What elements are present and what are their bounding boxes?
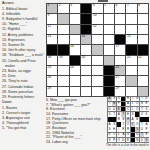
cell-r6c1[interactable]: 18 [47,56,57,65]
cell-r9c9[interactable] [138,87,148,96]
cell-r1c1[interactable]: 1 [47,4,57,13]
solution-cell-r8c3: L [117,133,121,138]
solution-cell-r7c5: R [126,127,130,132]
clue: 24. Labor org. [46,140,105,145]
cell-r7c5[interactable] [92,66,102,75]
solution-cell-r2c9: E [144,102,148,107]
cell-r2c1[interactable]: 9 [47,14,57,23]
cell-r7c1[interactable]: 23 [47,66,57,75]
cell-r9c4[interactable] [81,87,91,96]
cell-r4c3[interactable] [70,35,80,44]
cell-r2c5[interactable]: 10 [92,14,102,23]
cell-r1c2[interactable]: 2 [58,4,68,13]
cell-r9c2[interactable] [58,87,68,96]
solution-cell-r3c7: O [135,107,139,112]
cell-r9c5[interactable] [92,87,102,96]
clue-number: 15 [127,35,131,38]
cell-r1c6[interactable]: 5 [104,4,114,13]
solution-cell-r2c8: N [140,102,144,107]
solution-cell-r8c5: S [126,133,130,138]
solution-cell-r9c7: N [135,138,139,143]
down-clues-left: 1. Boosts2. Censor's target3. Asparagus … [2,106,45,132]
solution-cell-r4c6: S [131,112,135,117]
solution-grid: ASSRIGIDIMPALONEDUECLOTSSTATESOKREHABAST… [107,96,149,143]
clue-number: 18 [48,56,52,59]
solution-cell-r6c9: A [144,122,148,127]
clue-number: 8 [138,4,140,7]
solution-cell-r9c9: S [144,138,148,143]
solution-cell-r9c4: D [121,138,125,143]
cell-r4c7 [115,35,125,44]
solution-cell-r6c8: T [140,122,144,127]
cell-r6c8[interactable]: 21 [126,56,136,65]
clue-number: 19 [59,56,63,59]
solution-cell-r9c1: S [108,138,112,143]
cell-r6c2[interactable]: 19 [58,56,68,65]
clue-number: 3 [70,4,72,7]
clue-number: 23 [48,66,52,69]
solution-cell-r4c1: S [108,112,112,117]
solution-cell-r1c4 [121,97,125,102]
cell-r8c4[interactable] [81,76,91,85]
solution-cell-r6c5: O [126,122,130,127]
cell-r1c5[interactable]: 4 [92,4,102,13]
solution-cell-r8c4: A [121,133,125,138]
cell-r2c2[interactable] [58,14,68,23]
cell-r4c2[interactable] [58,35,68,44]
cell-r3c6[interactable] [104,25,114,34]
solution-cell-r6c7: O [135,122,139,127]
solution-cell-r2c6: L [131,102,135,107]
solution-cell-r5c1 [108,117,112,122]
cell-r7c7[interactable]: 25 [115,66,125,75]
cell-r4c6[interactable] [104,35,114,44]
clue-number: 20 [82,56,86,59]
clue-number: 1 [48,4,50,7]
down-clues-bottom: 6. Moo ___ gai pan7. "What's gotten ___ … [46,98,105,145]
cell-r9c3[interactable] [70,87,80,96]
solution-cell-r7c4: R [121,127,125,132]
cell-r5c8 [126,45,136,54]
solution-cell-r4c9: K [144,112,148,117]
cell-r5c2 [58,45,68,54]
cell-r5c4[interactable] [81,45,91,54]
cell-r6c4[interactable]: 20 [81,56,91,65]
solution-cell-r7c9: P [144,127,148,132]
cell-r6c6[interactable] [104,56,114,65]
cell-r9c7[interactable]: 29 [115,87,125,96]
clue-number: 25 [116,66,120,69]
solution-cell-r5c5: H [126,117,130,122]
cell-r3c7[interactable] [115,25,125,34]
solution-cell-r5c2 [112,117,116,122]
clue: 18. "Stubborn ___ a mule" [2,53,45,58]
solution-cell-r1c7: G [135,97,139,102]
solution-cell-r5c7: B [135,117,139,122]
cell-r4c1[interactable]: 13 [47,35,57,44]
solution-cell-r6c6: Y [131,122,135,127]
solution-cell-r5c6: A [131,117,135,122]
cell-r8c7[interactable]: 27 [115,76,125,85]
solution-cell-r9c6 [131,138,135,143]
cell-r9c1[interactable]: 28 [47,87,57,96]
cell-r6c3 [70,56,80,65]
cell-r2c6[interactable] [104,14,114,23]
solution-cell-r6c3 [117,122,121,127]
cell-r8c1[interactable]: 26 [47,76,57,85]
solution-cell-r1c2: S [112,97,116,102]
clue-number: 22 [138,56,142,59]
left-clue-column: Across 1. Biblical beast4. Inflexible9. … [2,1,45,132]
solution-cell-r7c2: H [112,127,116,132]
cell-r3c2[interactable] [58,25,68,34]
cell-r8c3[interactable] [70,76,80,85]
solution-cell-r3c3: E [117,107,121,112]
solution-cell-r3c4 [121,107,125,112]
solution-cell-r4c7 [135,112,139,117]
cell-r8c2[interactable] [58,76,68,85]
cell-r4c9[interactable] [138,35,148,44]
cell-r1c4 [81,4,91,13]
cell-r3c8[interactable] [126,25,136,34]
cell-r3c9[interactable] [138,25,148,34]
solution-cell-r8c7: U [135,133,139,138]
cell-r7c6 [104,66,114,75]
cell-r2c4 [81,14,91,23]
clue-number: 2 [59,4,61,7]
solution-cell-r8c9: E [144,133,148,138]
theme-footer-note: The title is a clue to the word in [106,144,149,148]
solution-cell-r9c8: U [140,138,144,143]
clue-number: 16 [70,45,74,48]
cell-r7c2[interactable] [58,66,68,75]
cell-r2c7[interactable] [115,14,125,23]
clue-number: 24 [70,66,74,69]
clue-number: 9 [48,14,50,17]
cell-r4c8[interactable]: 15 [126,35,136,44]
solution-cell-r9c3: O [117,138,121,143]
cell-r5c9 [138,45,148,54]
solution-cell-r5c9 [144,117,148,122]
solution-cell-r1c5: R [126,97,130,102]
bottom-clue-column: 6. Moo ___ gai pan7. "What's gotten ___ … [46,98,105,145]
solution-cell-r7c1: S [108,127,112,132]
solution-cell-r2c4 [121,102,125,107]
cell-r7c4[interactable] [81,66,91,75]
solution-cell-r3c1: D [108,107,112,112]
crossword-grid: 1234567891011121314151617181920212223242… [46,3,149,97]
cell-r1c9[interactable]: 8 [138,4,148,13]
cell-r5c1 [47,45,57,54]
solution-cell-r4c5: E [126,112,130,117]
solution-cell-r2c7: O [135,102,139,107]
clue-number: 12 [93,25,97,28]
cell-r8c8[interactable] [126,76,136,85]
clue-number: 10 [93,14,97,17]
solution-cell-r9c2: P [112,138,116,143]
cell-r6c7[interactable] [115,56,125,65]
solution-cell-r2c1: I [108,102,112,107]
cell-r7c9[interactable] [138,66,148,75]
puzzle-page: Across 1. Biblical beast4. Inflexible9. … [0,0,150,150]
clue-number: 5 [104,4,106,7]
solution-cell-r3c6: L [131,107,135,112]
cell-r7c8[interactable] [126,66,136,75]
solution-cell-r7c3: I [117,127,121,132]
clue: 20. Corolla and Prius maker [2,59,45,69]
clue-number: 21 [127,56,131,59]
clue: 5. "You got that [2,126,45,131]
solution-cell-r6c2: S [112,122,116,127]
solution-cell-r6c1: A [108,122,112,127]
cell-r8c6 [104,76,114,85]
cell-r5c7[interactable]: 17 [115,45,125,54]
clue-number: 27 [116,76,120,79]
solution-cell-r7c8: U [140,127,144,132]
solution-cell-r8c6 [131,133,135,138]
solution-cell-r7c6 [131,127,135,132]
clue-number: 14 [82,35,86,38]
cell-r1c8[interactable]: 7 [126,4,136,13]
cell-r3c1[interactable]: 11 [47,25,57,34]
cell-r8c9[interactable] [138,76,148,85]
solution-cell-r6c4: T [121,122,125,127]
solution-cell-r5c8 [140,117,144,122]
clue-number: 6 [116,4,118,7]
clue-number: 17 [116,45,120,48]
cell-r5c6[interactable] [104,45,114,54]
solution-cell-r3c8: T [140,107,144,112]
cell-r2c9[interactable] [138,14,148,23]
solution-cell-r2c3: P [117,102,121,107]
page-title-clipped [98,0,108,2]
solution-cell-r1c8: I [140,97,144,102]
cell-r8c5[interactable] [92,76,102,85]
solution-cell-r4c8: O [140,112,144,117]
solution-cell-r1c6: I [131,97,135,102]
cell-r3c3[interactable] [70,25,80,34]
solution-cell-r3c9: S [144,107,148,112]
clue-number: 7 [127,4,129,7]
solution-cell-r9c5: E [126,138,130,143]
solution-cell-r2c2: M [112,102,116,107]
solution-cell-r5c3: R [117,117,121,122]
clue-number: 11 [48,25,51,28]
cell-r1c7[interactable]: 6 [115,4,125,13]
cell-r9c6 [104,87,114,96]
clue-number: 28 [48,87,52,90]
cell-r4c4[interactable]: 14 [81,35,91,44]
solution-cell-r5c4: E [121,117,125,122]
clue-number: 13 [48,35,52,38]
cell-r6c5[interactable] [92,56,102,65]
cell-r7c3[interactable]: 24 [70,66,80,75]
solution-cell-r4c4: T [121,112,125,117]
cell-r5c5[interactable] [92,45,102,54]
cell-r2c8[interactable] [126,14,136,23]
across-clues: 1. Biblical beast4. Inflexible9. Babysit… [2,7,45,101]
cell-r9c8[interactable] [126,87,136,96]
solution-cell-r8c2: O [112,133,116,138]
cell-r4c5[interactable] [92,35,102,44]
solution-cell-r8c1: K [108,133,112,138]
cell-r1c3[interactable]: 3 [70,4,80,13]
cell-r3c4 [81,25,91,34]
cell-r3c5[interactable]: 12 [92,25,102,34]
solution-cell-r2c5: A [126,102,130,107]
clue-number: 4 [93,4,95,7]
cell-r5c3[interactable]: 16 [70,45,80,54]
clue-number: 29 [116,87,120,90]
solution-cell-r1c1: A [108,97,112,102]
solution-cell-r3c2: U [112,107,116,112]
solution-cell-r1c3: S [117,97,121,102]
solution-cell-r1c9: D [144,97,148,102]
solution-cell-r3c5: C [126,107,130,112]
cell-r6c9[interactable]: 22 [138,56,148,65]
solution-cell-r4c2: T [112,112,116,117]
clue-number: 26 [48,76,52,79]
solution-cell-r7c7: S [135,127,139,132]
solution-cell-r8c8: T [140,133,144,138]
cell-r2c3[interactable] [70,14,80,23]
solution-cell-r4c3: A [117,112,121,117]
